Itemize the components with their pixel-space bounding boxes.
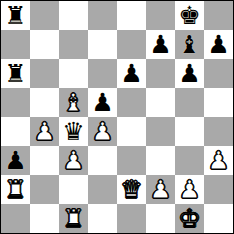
- square-a1[interactable]: [1, 204, 30, 233]
- square-h3[interactable]: ♟: [204, 146, 233, 175]
- square-a7[interactable]: [1, 30, 30, 59]
- piece-black-rook: ♜: [4, 59, 26, 88]
- square-e4[interactable]: [117, 117, 146, 146]
- square-a4[interactable]: [1, 117, 30, 146]
- square-g7[interactable]: ♝: [175, 30, 204, 59]
- square-a6[interactable]: ♜: [1, 59, 30, 88]
- square-g4[interactable]: [175, 117, 204, 146]
- square-a2[interactable]: ♜: [1, 175, 30, 204]
- square-a5[interactable]: [1, 88, 30, 117]
- square-c6[interactable]: [59, 59, 88, 88]
- square-c7[interactable]: [59, 30, 88, 59]
- square-f6[interactable]: [146, 59, 175, 88]
- piece-white-pawn: ♟: [91, 117, 113, 146]
- square-g3[interactable]: [175, 146, 204, 175]
- square-g1[interactable]: ♚: [175, 204, 204, 233]
- square-h1[interactable]: [204, 204, 233, 233]
- square-e8[interactable]: [117, 1, 146, 30]
- square-f4[interactable]: [146, 117, 175, 146]
- piece-white-pawn: ♟: [149, 175, 171, 204]
- square-f7[interactable]: ♟: [146, 30, 175, 59]
- piece-white-pawn: ♟: [207, 146, 229, 175]
- piece-black-pawn: ♟: [207, 30, 229, 59]
- square-b8[interactable]: [30, 1, 59, 30]
- square-e3[interactable]: [117, 146, 146, 175]
- piece-black-pawn: ♟: [120, 59, 142, 88]
- square-h2[interactable]: [204, 175, 233, 204]
- square-f3[interactable]: [146, 146, 175, 175]
- piece-black-queen: ♛: [62, 117, 84, 146]
- piece-white-bishop: ♝: [62, 88, 84, 117]
- square-f8[interactable]: [146, 1, 175, 30]
- square-h4[interactable]: [204, 117, 233, 146]
- square-h8[interactable]: [204, 1, 233, 30]
- square-e1[interactable]: [117, 204, 146, 233]
- square-c8[interactable]: [59, 1, 88, 30]
- piece-black-pawn: ♟: [178, 59, 200, 88]
- square-b4[interactable]: ♟: [30, 117, 59, 146]
- square-b5[interactable]: [30, 88, 59, 117]
- square-h7[interactable]: ♟: [204, 30, 233, 59]
- square-h5[interactable]: [204, 88, 233, 117]
- square-b3[interactable]: [30, 146, 59, 175]
- square-d8[interactable]: [88, 1, 117, 30]
- square-f2[interactable]: ♟: [146, 175, 175, 204]
- square-e6[interactable]: ♟: [117, 59, 146, 88]
- piece-black-king: ♚: [178, 1, 200, 30]
- piece-white-king: ♚: [178, 204, 200, 233]
- square-d1[interactable]: [88, 204, 117, 233]
- piece-white-pawn: ♟: [33, 117, 55, 146]
- square-a8[interactable]: ♜: [1, 1, 30, 30]
- chess-board: ♜♚♟♝♟♜♟♟♝♟♟♛♟♟♟♟♜♛♟♟♜♚: [0, 0, 234, 234]
- piece-black-pawn: ♟: [91, 88, 113, 117]
- square-b1[interactable]: [30, 204, 59, 233]
- square-c1[interactable]: ♜: [59, 204, 88, 233]
- square-d7[interactable]: [88, 30, 117, 59]
- piece-black-pawn: ♟: [4, 146, 26, 175]
- square-b2[interactable]: [30, 175, 59, 204]
- piece-white-rook: ♜: [62, 204, 84, 233]
- square-c4[interactable]: ♛: [59, 117, 88, 146]
- square-b7[interactable]: [30, 30, 59, 59]
- piece-white-queen: ♛: [120, 175, 142, 204]
- square-f1[interactable]: [146, 204, 175, 233]
- square-g2[interactable]: ♟: [175, 175, 204, 204]
- square-a3[interactable]: ♟: [1, 146, 30, 175]
- piece-white-pawn: ♟: [62, 146, 84, 175]
- square-e2[interactable]: ♛: [117, 175, 146, 204]
- square-g8[interactable]: ♚: [175, 1, 204, 30]
- piece-black-pawn: ♟: [149, 30, 171, 59]
- square-d2[interactable]: [88, 175, 117, 204]
- square-g6[interactable]: ♟: [175, 59, 204, 88]
- piece-black-rook: ♜: [4, 1, 26, 30]
- square-c3[interactable]: ♟: [59, 146, 88, 175]
- square-f5[interactable]: [146, 88, 175, 117]
- square-c5[interactable]: ♝: [59, 88, 88, 117]
- piece-black-bishop: ♝: [178, 30, 200, 59]
- square-c2[interactable]: [59, 175, 88, 204]
- square-h6[interactable]: [204, 59, 233, 88]
- square-d4[interactable]: ♟: [88, 117, 117, 146]
- square-d3[interactable]: [88, 146, 117, 175]
- square-d5[interactable]: ♟: [88, 88, 117, 117]
- square-b6[interactable]: [30, 59, 59, 88]
- square-e7[interactable]: [117, 30, 146, 59]
- square-d6[interactable]: [88, 59, 117, 88]
- piece-white-pawn: ♟: [178, 175, 200, 204]
- square-g5[interactable]: [175, 88, 204, 117]
- piece-white-rook: ♜: [4, 175, 26, 204]
- square-e5[interactable]: [117, 88, 146, 117]
